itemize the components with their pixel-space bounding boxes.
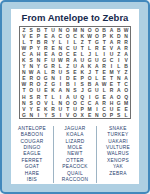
- word-column: JAGUARKOALALIZARDMOLENEWTOTTERPEACOCKQUA…: [53, 126, 96, 184]
- grid-container: ZSBTUNOMNOOBABWVEPEACOCKWOPKDNLTBRYLILZT…: [11, 26, 139, 119]
- word-list: ANTELOPEBABOONCOUGARDINGOEAGLEFERRETGOAT…: [11, 126, 139, 184]
- grid-cell[interactable]: Y: [42, 112, 49, 118]
- grid-cell[interactable]: G: [20, 112, 27, 118]
- grid-cell[interactable]: X: [79, 112, 86, 118]
- grid-cell[interactable]: N: [28, 112, 35, 118]
- grid-cell[interactable]: O: [101, 112, 108, 118]
- grid-cell[interactable]: O: [71, 112, 78, 118]
- grid-cell[interactable]: I: [57, 112, 64, 118]
- puzzle-page-frame: From Antelope to Zebra ZSBTUNOMNOOBABWVE…: [0, 0, 150, 194]
- grid-cell[interactable]: S: [115, 112, 122, 118]
- grid-cell[interactable]: P: [108, 112, 115, 118]
- grid-cell[interactable]: N: [93, 112, 100, 118]
- word-item: IBIS: [27, 177, 37, 183]
- word-column: ANTELOPEBABOONCOUGARDINGOEAGLEFERRETGOAT…: [11, 126, 53, 184]
- grid-cell[interactable]: L: [122, 112, 129, 118]
- grid-cell[interactable]: I: [35, 112, 42, 118]
- puzzle-sheet: From Antelope to Zebra ZSBTUNOMNOOBABWVE…: [11, 9, 139, 184]
- word-search-grid: ZSBTUNOMNOOBABWVEPEACOCKWOPKDNLTBRYLILZT…: [19, 26, 130, 119]
- word-column: SNAKETURKEYUAKARIVULTUREWALRUSXENOPSYAKZ…: [96, 126, 139, 184]
- word-item: RACCOON: [62, 177, 89, 183]
- grid-cell[interactable]: V: [64, 112, 71, 118]
- grid-cell[interactable]: S: [49, 112, 56, 118]
- grid-cell[interactable]: E: [86, 112, 93, 118]
- word-item: ZEBRA: [109, 171, 127, 177]
- puzzle-title: From Antelope to Zebra: [11, 11, 139, 24]
